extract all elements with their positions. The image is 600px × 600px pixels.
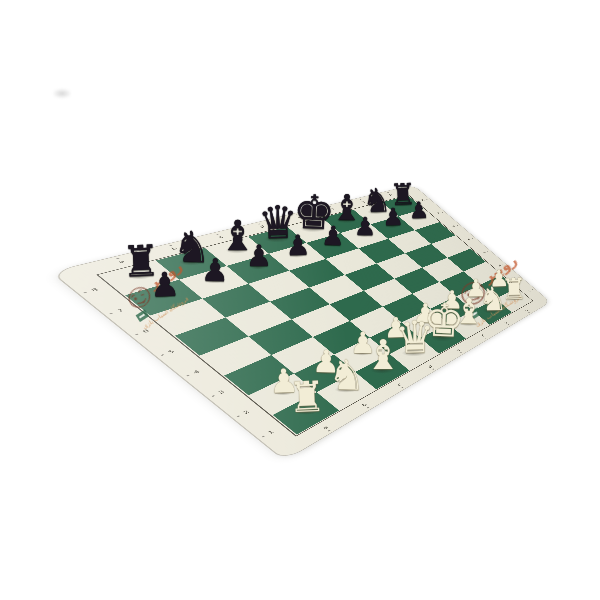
- edge-mark: [367, 407, 370, 409]
- edge-mark: [485, 337, 487, 338]
- edge-mark: [487, 251, 489, 252]
- edge-mark: [441, 212, 443, 213]
- rank-label-left-4: 4: [192, 369, 201, 374]
- edge-mark: [426, 199, 428, 200]
- edge-mark: [472, 238, 474, 239]
- edge-mark: [109, 313, 113, 315]
- edge-mark: [502, 264, 504, 265]
- edge-mark: [401, 386, 403, 388]
- rank-label-left-1: 1: [267, 430, 275, 435]
- rank-label-right-7: 7: [436, 212, 440, 215]
- rank-label-right-6: 6: [452, 225, 456, 228]
- edge-mark: [517, 276, 519, 277]
- file-label-top-e: e: [296, 216, 302, 219]
- rank-label-left-2: 2: [242, 410, 250, 415]
- rank-label-right-8: 8: [421, 199, 426, 202]
- chess-mat: 88aa77bb66cc55dd44ee33ff22gg11hh: [52, 185, 550, 460]
- rank-label-right-4: 4: [482, 251, 486, 254]
- edge-mark: [186, 375, 190, 377]
- edge-mark: [532, 289, 534, 290]
- rank-label-left-6: 6: [141, 329, 150, 334]
- file-label-top-c: c: [218, 235, 225, 238]
- rank-label-right-2: 2: [513, 277, 517, 280]
- edge-mark: [457, 225, 459, 226]
- rank-label-right-5: 5: [467, 238, 471, 241]
- edge-mark: [460, 352, 462, 353]
- photo-artifact-smudge: [52, 88, 72, 99]
- edge-mark: [237, 415, 240, 417]
- file-label-top-a: a: [117, 260, 126, 264]
- product-photo: 88aa77bb66cc55dd44ee33ff22gg11hh ♜♞♝♛♚♝♞…: [0, 0, 600, 600]
- edge-mark: [83, 292, 87, 294]
- chess-board-grid: [100, 196, 532, 435]
- file-label-top-f: f: [331, 208, 335, 211]
- file-label-top-d: d: [259, 225, 266, 228]
- rank-label-left-8: 8: [90, 288, 100, 293]
- edge-mark: [135, 333, 139, 335]
- edge-mark: [328, 430, 331, 432]
- edge-mark: [211, 395, 215, 397]
- edge-mark: [161, 354, 165, 356]
- file-label-top-h: h: [388, 193, 393, 196]
- rank-label-right-1: 1: [528, 290, 532, 293]
- edge-mark: [508, 324, 510, 325]
- rank-label-left-7: 7: [116, 308, 125, 313]
- rank-label-right-3: 3: [498, 264, 502, 267]
- edge-mark: [432, 368, 434, 370]
- file-label-top-b: b: [170, 247, 178, 251]
- edge-mark: [528, 312, 530, 313]
- rank-label-left-5: 5: [167, 349, 176, 354]
- file-label-top-g: g: [360, 200, 365, 203]
- rank-label-left-3: 3: [217, 390, 226, 395]
- edge-mark: [262, 435, 265, 437]
